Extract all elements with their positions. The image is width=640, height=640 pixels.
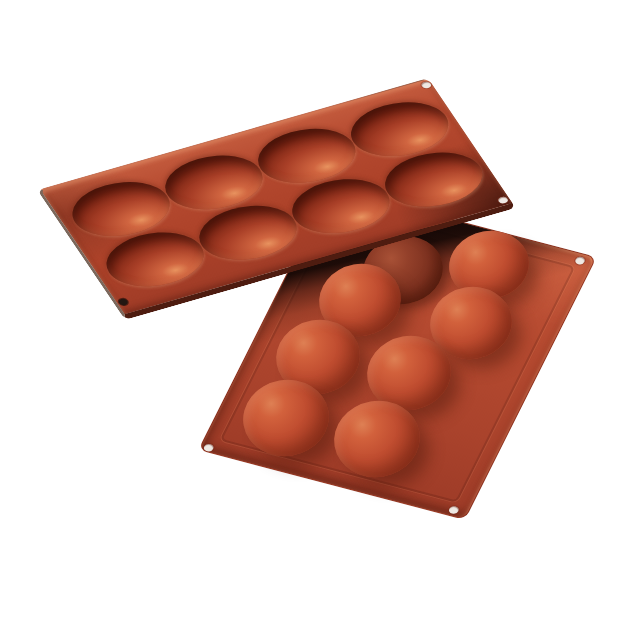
product-photo-scene [0,0,640,640]
corner-hole [497,196,510,204]
corner-hole [448,505,460,514]
corner-hole [117,298,129,306]
corner-hole [420,81,433,89]
corner-hole [202,443,214,452]
